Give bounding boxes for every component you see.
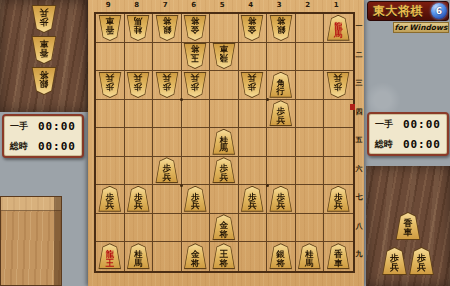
- square-1-6[interactable]: [324, 157, 353, 186]
- gote-hand-pieces: 歩兵香車銀将: [0, 0, 88, 112]
- square-9-6[interactable]: [96, 157, 125, 186]
- koma-sente-K[interactable]: 王将: [212, 243, 236, 269]
- rank-label: 九: [354, 240, 364, 269]
- koma-face: 歩兵: [241, 187, 263, 211]
- total-time-value: 00:00: [403, 138, 441, 151]
- koma-gote-G[interactable]: 金将: [183, 15, 207, 41]
- square-3-4[interactable]: 歩兵: [267, 100, 296, 129]
- square-2-4[interactable]: [296, 100, 325, 129]
- koma-face: 歩兵: [99, 187, 121, 211]
- square-9-1[interactable]: 香車: [96, 14, 125, 43]
- square-8-4[interactable]: [125, 100, 154, 129]
- square-7-2[interactable]: [153, 43, 182, 72]
- koma-face: 歩兵: [184, 73, 206, 97]
- square-3-8[interactable]: [267, 214, 296, 243]
- logo-title: 東大将棋: [373, 3, 423, 20]
- koma-face: 桂馬: [213, 130, 235, 154]
- file-label: 8: [123, 1, 152, 10]
- koma-face: 金将: [184, 244, 206, 268]
- square-9-7[interactable]: 歩兵: [96, 185, 125, 214]
- koma-face: 歩兵: [127, 187, 149, 211]
- rank-label: 五: [354, 126, 364, 155]
- koma-face: 香車: [99, 16, 121, 40]
- square-9-4[interactable]: [96, 100, 125, 129]
- koma-face: 金将: [213, 215, 235, 239]
- koma-sente-G[interactable]: 金将: [212, 214, 236, 240]
- move-time-value: 00:00: [38, 120, 76, 133]
- koma-sente-G[interactable]: 金将: [183, 243, 207, 269]
- koma-face: 歩兵: [327, 73, 349, 97]
- square-3-3[interactable]: 角行: [267, 71, 296, 100]
- logo-subtitle: for Windows: [395, 24, 448, 32]
- koma-gote-k[interactable]: 玉将: [183, 43, 207, 69]
- koma-face: 歩兵: [410, 248, 434, 274]
- koma-gote-P[interactable]: 歩兵: [31, 5, 57, 33]
- logo-subtitle-plate: for Windows: [393, 22, 449, 33]
- koma-sente-+B[interactable]: 龍馬: [326, 15, 350, 41]
- koma-face: 歩兵: [241, 73, 263, 97]
- koma-face: 金将: [241, 16, 263, 40]
- koma-face: 龍馬: [327, 16, 349, 40]
- rank-label: 八: [354, 212, 364, 241]
- koma-face: 歩兵: [156, 158, 178, 182]
- rank-label: 三: [354, 69, 364, 98]
- square-2-5[interactable]: [296, 128, 325, 157]
- koma-sente-P[interactable]: 歩兵: [212, 157, 236, 183]
- koma-face: 銀将: [32, 68, 56, 94]
- square-9-8[interactable]: [96, 214, 125, 243]
- square-7-6[interactable]: 歩兵: [153, 157, 182, 186]
- square-3-9[interactable]: 銀将: [267, 242, 296, 271]
- square-1-5[interactable]: [324, 128, 353, 157]
- koma-sente-P[interactable]: 歩兵: [98, 186, 122, 212]
- square-8-5[interactable]: [125, 128, 154, 157]
- clock-row: 一手 00:00: [10, 120, 76, 133]
- square-6-6[interactable]: [182, 157, 211, 186]
- rank-label: 二: [354, 41, 364, 70]
- square-4-6[interactable]: [239, 157, 268, 186]
- square-8-9[interactable]: 桂馬: [125, 242, 154, 271]
- file-label: 7: [151, 1, 180, 10]
- square-8-3[interactable]: 歩兵: [125, 71, 154, 100]
- koma-face: 香車: [396, 213, 420, 239]
- square-1-7[interactable]: 歩兵: [324, 185, 353, 214]
- koma-face: 歩兵: [270, 101, 292, 125]
- square-1-2[interactable]: [324, 43, 353, 72]
- square-8-8[interactable]: [125, 214, 154, 243]
- square-5-8[interactable]: 金将: [210, 214, 239, 243]
- square-5-3[interactable]: [210, 71, 239, 100]
- square-4-3[interactable]: 歩兵: [239, 71, 268, 100]
- koma-face: 香車: [327, 244, 349, 268]
- koma-sente-P[interactable]: 歩兵: [155, 157, 179, 183]
- koma-face: 龍王: [99, 244, 121, 268]
- logo-version-number: 6: [436, 6, 442, 16]
- sente-clock-panel: 一手 00:00 総時 00:00: [367, 112, 449, 156]
- clock-row: 一手 00:00: [375, 118, 441, 131]
- file-label: 5: [208, 1, 237, 10]
- square-6-7[interactable]: 歩兵: [182, 185, 211, 214]
- square-4-9[interactable]: [239, 242, 268, 271]
- square-7-1[interactable]: 銀将: [153, 14, 182, 43]
- koma-face: 玉将: [184, 44, 206, 68]
- square-6-8[interactable]: [182, 214, 211, 243]
- sente-hand-row: 歩兵歩兵: [382, 247, 435, 275]
- square-5-2[interactable]: 飛車: [210, 43, 239, 72]
- square-6-2[interactable]: 玉将: [182, 43, 211, 72]
- square-6-9[interactable]: 金将: [182, 242, 211, 271]
- koma-gote-P[interactable]: 歩兵: [155, 72, 179, 98]
- square-3-2[interactable]: [267, 43, 296, 72]
- file-label: 4: [237, 1, 266, 10]
- square-1-1[interactable]: 龍馬: [324, 14, 353, 43]
- square-2-8[interactable]: [296, 214, 325, 243]
- piece-box-side: [54, 197, 61, 285]
- logo-version-orb: 6: [431, 3, 447, 19]
- koma-gote-P[interactable]: 歩兵: [126, 72, 150, 98]
- koma-gote-N[interactable]: 桂馬: [126, 15, 150, 41]
- rank-label: 一: [354, 12, 364, 41]
- koma-face: 桂馬: [127, 244, 149, 268]
- koma-gote-P[interactable]: 歩兵: [326, 72, 350, 98]
- rank-label: 六: [354, 155, 364, 184]
- square-5-4[interactable]: [210, 100, 239, 129]
- square-4-1[interactable]: 金将: [239, 14, 268, 43]
- koma-gote-P[interactable]: 歩兵: [183, 72, 207, 98]
- square-1-3[interactable]: 歩兵: [324, 71, 353, 100]
- koma-face: 歩兵: [184, 187, 206, 211]
- shogi-app-window: 歩兵香車銀将 一手 00:00 総時 00:00 987654321 香車桂馬銀…: [0, 0, 450, 286]
- board-grid[interactable]: 香車桂馬銀将金将金将銀将龍馬玉将飛車歩兵歩兵歩兵歩兵歩兵角行歩兵歩兵桂馬歩兵歩兵…: [94, 12, 355, 273]
- total-time-label: 総時: [10, 140, 28, 153]
- square-6-3[interactable]: 歩兵: [182, 71, 211, 100]
- file-label: 2: [294, 1, 323, 10]
- koma-gote-S[interactable]: 銀将: [31, 67, 57, 95]
- rank-label: 七: [354, 183, 364, 212]
- koma-face: 歩兵: [327, 187, 349, 211]
- koma-gote-L[interactable]: 香車: [98, 15, 122, 41]
- sente-hand-pieces: 香車歩兵歩兵: [366, 166, 450, 286]
- square-9-9[interactable]: 龍王: [96, 242, 125, 271]
- square-5-9[interactable]: 王将: [210, 242, 239, 271]
- koma-sente-P[interactable]: 歩兵: [126, 186, 150, 212]
- hoshi-dot: [180, 184, 183, 187]
- koma-face: 桂馬: [298, 244, 320, 268]
- file-coordinates: 987654321: [94, 1, 351, 10]
- square-6-5[interactable]: [182, 128, 211, 157]
- koma-sente-L[interactable]: 香車: [326, 243, 350, 269]
- square-8-1[interactable]: 桂馬: [125, 14, 154, 43]
- square-6-4[interactable]: [182, 100, 211, 129]
- square-1-4[interactable]: [324, 100, 353, 129]
- koma-face: 飛車: [213, 44, 235, 68]
- rank-label: 四: [354, 98, 364, 127]
- koma-face: 歩兵: [156, 73, 178, 97]
- koma-sente-S[interactable]: 銀将: [269, 243, 293, 269]
- koma-face: 香車: [32, 37, 56, 63]
- square-2-1[interactable]: [296, 14, 325, 43]
- square-5-1[interactable]: [210, 14, 239, 43]
- file-label: 3: [265, 1, 294, 10]
- koma-face: 角行: [270, 73, 292, 97]
- app-logo: 東大将棋 6: [367, 1, 449, 21]
- rank-coordinates: 一二三四五六七八九: [354, 12, 364, 269]
- koma-gote-L[interactable]: 香車: [31, 36, 57, 64]
- square-5-6[interactable]: 歩兵: [210, 157, 239, 186]
- koma-sente-N[interactable]: 桂馬: [297, 243, 321, 269]
- square-7-7[interactable]: [153, 185, 182, 214]
- hoshi-dot: [266, 98, 269, 101]
- shogi-board[interactable]: 987654321 香車桂馬銀将金将金将銀将龍馬玉将飛車歩兵歩兵歩兵歩兵歩兵角行…: [88, 0, 364, 286]
- square-5-7[interactable]: [210, 185, 239, 214]
- square-6-1[interactable]: 金将: [182, 14, 211, 43]
- koma-gote-P[interactable]: 歩兵: [98, 72, 122, 98]
- move-time-label: 一手: [375, 118, 393, 131]
- koma-sente-P[interactable]: 歩兵: [409, 247, 435, 275]
- koma-sente-P[interactable]: 歩兵: [240, 186, 264, 212]
- koma-face: 金将: [184, 16, 206, 40]
- koma-face: 歩兵: [127, 73, 149, 97]
- file-label: 1: [322, 1, 351, 10]
- total-time-value: 00:00: [38, 140, 76, 153]
- square-7-9[interactable]: [153, 242, 182, 271]
- total-time-label: 総時: [375, 138, 393, 151]
- square-7-4[interactable]: [153, 100, 182, 129]
- koma-sente-+R[interactable]: 龍王: [98, 243, 122, 269]
- koma-gote-P[interactable]: 歩兵: [240, 72, 264, 98]
- piece-box: [0, 196, 62, 286]
- square-7-3[interactable]: 歩兵: [153, 71, 182, 100]
- gote-captured-tray[interactable]: 歩兵香車銀将: [0, 0, 88, 112]
- koma-sente-P[interactable]: 歩兵: [269, 100, 293, 126]
- koma-face: 王将: [213, 244, 235, 268]
- move-time-value: 00:00: [403, 118, 441, 131]
- koma-sente-N[interactable]: 桂馬: [212, 129, 236, 155]
- square-3-7[interactable]: 歩兵: [267, 185, 296, 214]
- koma-face: 歩兵: [213, 158, 235, 182]
- square-3-5[interactable]: [267, 128, 296, 157]
- koma-face: 歩兵: [270, 187, 292, 211]
- square-7-5[interactable]: [153, 128, 182, 157]
- file-label: 9: [94, 1, 123, 10]
- koma-face: 銀将: [270, 244, 292, 268]
- gote-clock-panel: 一手 00:00 総時 00:00: [2, 114, 84, 158]
- square-2-6[interactable]: [296, 157, 325, 186]
- koma-gote-S[interactable]: 銀将: [269, 15, 293, 41]
- koma-sente-P[interactable]: 歩兵: [382, 247, 408, 275]
- koma-gote-R[interactable]: 飛車: [212, 43, 236, 69]
- square-3-1[interactable]: 銀将: [267, 14, 296, 43]
- square-4-4[interactable]: [239, 100, 268, 129]
- move-time-label: 一手: [10, 120, 28, 133]
- koma-face: 銀将: [270, 16, 292, 40]
- square-8-7[interactable]: 歩兵: [125, 185, 154, 214]
- square-4-5[interactable]: [239, 128, 268, 157]
- hoshi-dot: [266, 184, 269, 187]
- square-1-8[interactable]: [324, 214, 353, 243]
- square-8-2[interactable]: [125, 43, 154, 72]
- piece-box-top: [1, 197, 61, 211]
- square-3-6[interactable]: [267, 157, 296, 186]
- square-1-9[interactable]: 香車: [324, 242, 353, 271]
- square-5-5[interactable]: 桂馬: [210, 128, 239, 157]
- last-move-marker: [350, 104, 355, 110]
- hoshi-dot: [180, 98, 183, 101]
- sente-captured-tray[interactable]: 香車歩兵歩兵: [366, 166, 450, 286]
- koma-face: 銀将: [156, 16, 178, 40]
- square-2-2[interactable]: [296, 43, 325, 72]
- square-9-3[interactable]: 歩兵: [96, 71, 125, 100]
- square-2-9[interactable]: 桂馬: [296, 242, 325, 271]
- koma-gote-S[interactable]: 銀将: [155, 15, 179, 41]
- koma-sente-P[interactable]: 歩兵: [326, 186, 350, 212]
- square-9-2[interactable]: [96, 43, 125, 72]
- square-4-2[interactable]: [239, 43, 268, 72]
- koma-sente-N[interactable]: 桂馬: [126, 243, 150, 269]
- koma-sente-L[interactable]: 香車: [395, 212, 421, 240]
- square-9-5[interactable]: [96, 128, 125, 157]
- koma-sente-B[interactable]: 角行: [269, 72, 293, 98]
- koma-gote-G[interactable]: 金将: [240, 15, 264, 41]
- square-4-8[interactable]: [239, 214, 268, 243]
- koma-sente-P[interactable]: 歩兵: [269, 186, 293, 212]
- koma-face: 歩兵: [32, 6, 56, 32]
- clock-row: 総時 00:00: [375, 138, 441, 151]
- square-2-7[interactable]: [296, 185, 325, 214]
- square-7-8[interactable]: [153, 214, 182, 243]
- koma-face: 歩兵: [383, 248, 407, 274]
- square-4-7[interactable]: 歩兵: [239, 185, 268, 214]
- koma-face: 桂馬: [127, 16, 149, 40]
- clock-row: 総時 00:00: [10, 140, 76, 153]
- koma-sente-P[interactable]: 歩兵: [183, 186, 207, 212]
- square-8-6[interactable]: [125, 157, 154, 186]
- file-label: 6: [180, 1, 209, 10]
- square-2-3[interactable]: [296, 71, 325, 100]
- koma-face: 歩兵: [99, 73, 121, 97]
